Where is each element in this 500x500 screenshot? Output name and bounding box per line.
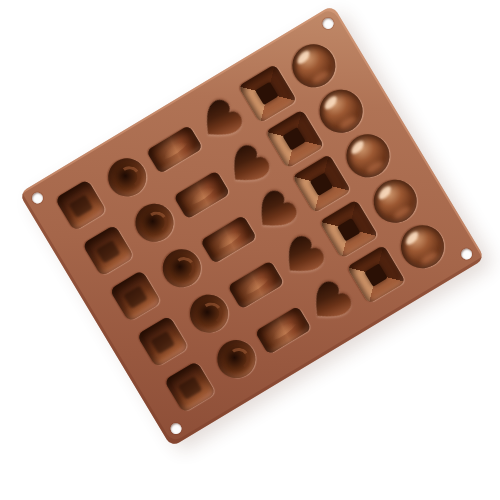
cavity-rectangle-wave-bar	[146, 125, 203, 174]
cavity-rectangle-wave-bar	[227, 261, 284, 310]
cavity-round-swirl	[129, 197, 181, 249]
cavity-square-cup	[109, 270, 161, 322]
hanging-hole	[30, 190, 45, 205]
product-photo	[0, 0, 500, 500]
cavity-square-cup	[164, 360, 216, 412]
cavity-rectangle-wave-bar	[200, 216, 257, 265]
cavity-grid	[44, 29, 459, 423]
hanging-hole	[459, 246, 474, 261]
cavity-square-cup	[82, 225, 134, 277]
chocolate-mold	[19, 5, 485, 447]
cavity-round-swirl	[183, 287, 235, 339]
cavity-rectangle-wave-bar	[255, 306, 312, 355]
cavity-rectangle-wave-bar	[173, 170, 230, 219]
cavity-round-swirl	[210, 332, 262, 384]
hanging-hole	[168, 421, 183, 436]
